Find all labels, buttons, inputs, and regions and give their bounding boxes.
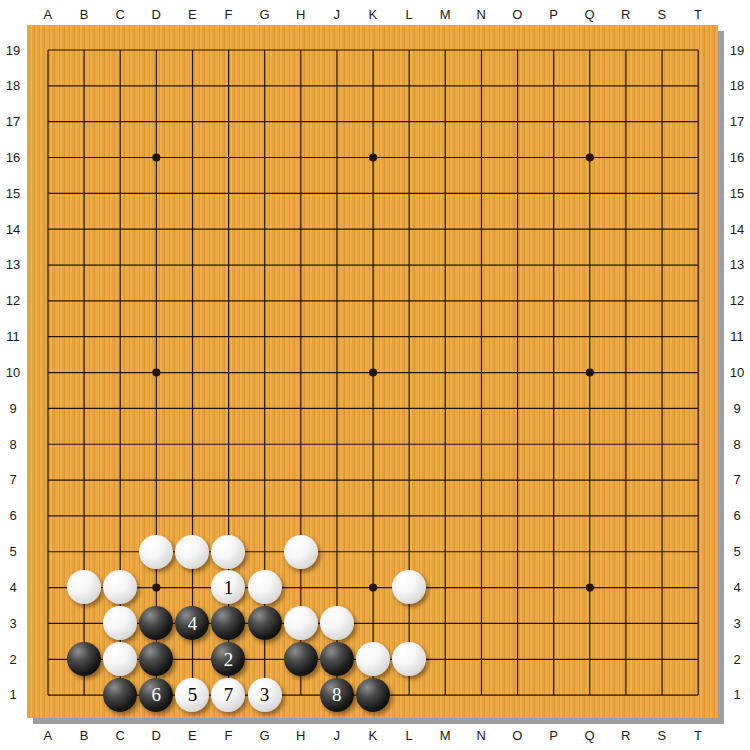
stone-black-J1: 8 xyxy=(320,678,354,712)
move-number-7: 7 xyxy=(224,685,234,704)
row-label-left-8: 8 xyxy=(0,437,26,452)
col-label-bottom-C: C xyxy=(102,728,138,743)
col-label-bottom-B: B xyxy=(66,728,102,743)
row-label-left-6: 6 xyxy=(0,508,26,523)
col-label-top-K: K xyxy=(355,7,391,22)
stone-white-H3 xyxy=(284,606,318,640)
row-label-right-12: 12 xyxy=(724,293,750,308)
col-label-bottom-S: S xyxy=(644,728,680,743)
row-label-left-14: 14 xyxy=(0,222,26,237)
col-label-bottom-D: D xyxy=(138,728,174,743)
col-label-top-F: F xyxy=(210,7,246,22)
row-label-right-9: 9 xyxy=(724,401,750,416)
move-number-1: 1 xyxy=(224,578,234,597)
stone-black-B2 xyxy=(67,642,101,676)
row-label-right-15: 15 xyxy=(724,186,750,201)
stones-layer: 14265738 xyxy=(30,32,716,713)
stone-black-F2: 2 xyxy=(211,642,245,676)
stone-white-E5 xyxy=(175,535,209,569)
row-label-left-2: 2 xyxy=(0,652,26,667)
col-label-bottom-H: H xyxy=(283,728,319,743)
col-label-top-Q: Q xyxy=(572,7,608,22)
row-label-left-3: 3 xyxy=(0,616,26,631)
move-number-3: 3 xyxy=(260,685,270,704)
move-number-8: 8 xyxy=(332,685,342,704)
stone-white-G4 xyxy=(248,570,282,604)
coordinate-labels-right: 19181716151413121110987654321 xyxy=(724,32,750,713)
row-label-left-12: 12 xyxy=(0,293,26,308)
row-label-right-18: 18 xyxy=(724,78,750,93)
col-label-top-M: M xyxy=(427,7,463,22)
move-number-6: 6 xyxy=(152,685,162,704)
col-label-bottom-P: P xyxy=(535,728,571,743)
stone-black-E3: 4 xyxy=(175,606,209,640)
col-label-bottom-O: O xyxy=(499,728,535,743)
stone-white-E1: 5 xyxy=(175,678,209,712)
row-label-left-10: 10 xyxy=(0,365,26,380)
col-label-top-H: H xyxy=(283,7,319,22)
stone-white-C4 xyxy=(103,570,137,604)
stone-white-H5 xyxy=(284,535,318,569)
stone-white-B4 xyxy=(67,570,101,604)
row-label-left-19: 19 xyxy=(0,43,26,58)
coordinate-labels-bottom: ABCDEFGHJKLMNOPQRST xyxy=(30,722,716,748)
stone-white-F5 xyxy=(211,535,245,569)
stone-black-K1 xyxy=(356,678,390,712)
col-label-bottom-Q: Q xyxy=(572,728,608,743)
stone-black-D3 xyxy=(139,606,173,640)
row-label-left-17: 17 xyxy=(0,114,26,129)
stone-white-L4 xyxy=(392,570,426,604)
move-number-5: 5 xyxy=(188,685,198,704)
go-board-page: ABCDEFGHJKLMNOPQRST ABCDEFGHJKLMNOPQRST … xyxy=(0,0,750,750)
stone-black-C1 xyxy=(103,678,137,712)
row-label-right-19: 19 xyxy=(724,43,750,58)
col-label-top-S: S xyxy=(644,7,680,22)
stone-white-F4: 1 xyxy=(211,570,245,604)
row-label-left-13: 13 xyxy=(0,257,26,272)
col-label-bottom-R: R xyxy=(608,728,644,743)
row-label-right-3: 3 xyxy=(724,616,750,631)
col-label-bottom-A: A xyxy=(30,728,66,743)
col-label-top-T: T xyxy=(680,7,716,22)
row-label-left-18: 18 xyxy=(0,78,26,93)
row-label-left-15: 15 xyxy=(0,186,26,201)
col-label-bottom-T: T xyxy=(680,728,716,743)
row-label-left-5: 5 xyxy=(0,544,26,559)
stone-white-C2 xyxy=(103,642,137,676)
row-label-left-9: 9 xyxy=(0,401,26,416)
row-label-right-2: 2 xyxy=(724,652,750,667)
row-label-left-7: 7 xyxy=(0,472,26,487)
stone-black-F3 xyxy=(211,606,245,640)
col-label-top-D: D xyxy=(138,7,174,22)
col-label-top-J: J xyxy=(319,7,355,22)
row-label-left-4: 4 xyxy=(0,580,26,595)
row-label-right-14: 14 xyxy=(724,222,750,237)
row-label-right-8: 8 xyxy=(724,437,750,452)
col-label-bottom-J: J xyxy=(319,728,355,743)
row-label-right-13: 13 xyxy=(724,257,750,272)
stone-white-K2 xyxy=(356,642,390,676)
stone-white-L2 xyxy=(392,642,426,676)
stone-white-J3 xyxy=(320,606,354,640)
col-label-top-L: L xyxy=(391,7,427,22)
row-label-right-5: 5 xyxy=(724,544,750,559)
col-label-bottom-L: L xyxy=(391,728,427,743)
stone-black-H2 xyxy=(284,642,318,676)
col-label-top-P: P xyxy=(535,7,571,22)
stone-black-G3 xyxy=(248,606,282,640)
go-board[interactable]: 14265738 xyxy=(27,25,718,718)
coordinate-labels-top: ABCDEFGHJKLMNOPQRST xyxy=(30,2,716,26)
col-label-bottom-M: M xyxy=(427,728,463,743)
row-label-right-6: 6 xyxy=(724,508,750,523)
row-label-left-11: 11 xyxy=(0,329,26,344)
stone-black-J2 xyxy=(320,642,354,676)
row-label-left-16: 16 xyxy=(0,150,26,165)
stone-white-F1: 7 xyxy=(211,678,245,712)
row-label-right-7: 7 xyxy=(724,472,750,487)
row-label-right-4: 4 xyxy=(724,580,750,595)
coordinate-labels-left: 19181716151413121110987654321 xyxy=(0,32,26,713)
col-label-top-N: N xyxy=(463,7,499,22)
col-label-top-R: R xyxy=(608,7,644,22)
move-number-2: 2 xyxy=(224,650,234,669)
col-label-top-E: E xyxy=(174,7,210,22)
row-label-right-17: 17 xyxy=(724,114,750,129)
stone-black-D1: 6 xyxy=(139,678,173,712)
col-label-top-A: A xyxy=(30,7,66,22)
row-label-right-11: 11 xyxy=(724,329,750,344)
stone-white-D5 xyxy=(139,535,173,569)
col-label-top-G: G xyxy=(247,7,283,22)
col-label-bottom-K: K xyxy=(355,728,391,743)
move-number-4: 4 xyxy=(188,614,198,633)
col-label-bottom-F: F xyxy=(210,728,246,743)
col-label-top-B: B xyxy=(66,7,102,22)
col-label-top-O: O xyxy=(499,7,535,22)
row-label-left-1: 1 xyxy=(0,687,26,702)
col-label-top-C: C xyxy=(102,7,138,22)
row-label-right-1: 1 xyxy=(724,687,750,702)
col-label-bottom-G: G xyxy=(247,728,283,743)
col-label-bottom-E: E xyxy=(174,728,210,743)
row-label-right-16: 16 xyxy=(724,150,750,165)
stone-white-C3 xyxy=(103,606,137,640)
row-label-right-10: 10 xyxy=(724,365,750,380)
col-label-bottom-N: N xyxy=(463,728,499,743)
stone-black-D2 xyxy=(139,642,173,676)
stone-white-G1: 3 xyxy=(248,678,282,712)
